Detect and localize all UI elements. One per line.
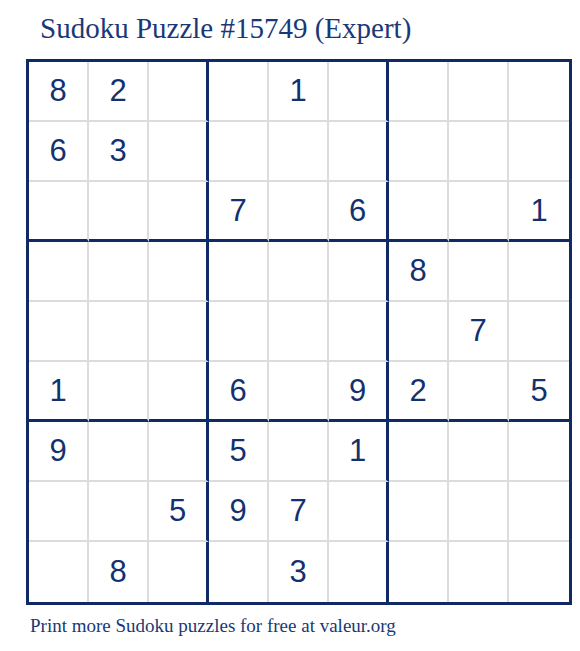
cell-r1c7[interactable] xyxy=(389,62,449,122)
cell-r5c1[interactable] xyxy=(29,302,89,362)
cell-r1c3[interactable] xyxy=(149,62,209,122)
cell-r3c8[interactable] xyxy=(449,182,509,242)
cell-r5c4[interactable] xyxy=(209,302,269,362)
cell-r9c8[interactable] xyxy=(449,542,509,602)
cell-r1c4[interactable] xyxy=(209,62,269,122)
cell-r5c2[interactable] xyxy=(89,302,149,362)
cell-r3c2[interactable] xyxy=(89,182,149,242)
cell-r2c5[interactable] xyxy=(269,122,329,182)
cell-r1c8[interactable] xyxy=(449,62,509,122)
cell-r1c6[interactable] xyxy=(329,62,389,122)
cell-r4c6[interactable] xyxy=(329,242,389,302)
cell-r2c4[interactable] xyxy=(209,122,269,182)
cell-r6c6[interactable]: 9 xyxy=(329,362,389,422)
cell-r7c7[interactable] xyxy=(389,422,449,482)
sudoku-page: Sudoku Puzzle #15749 (Expert) 8216376187… xyxy=(0,0,580,651)
cell-r7c8[interactable] xyxy=(449,422,509,482)
cell-r5c3[interactable] xyxy=(149,302,209,362)
cell-r6c7[interactable]: 2 xyxy=(389,362,449,422)
cell-r7c1[interactable]: 9 xyxy=(29,422,89,482)
cell-r9c7[interactable] xyxy=(389,542,449,602)
cell-r8c9[interactable] xyxy=(509,482,569,542)
cell-r7c4[interactable]: 5 xyxy=(209,422,269,482)
cell-r8c4[interactable]: 9 xyxy=(209,482,269,542)
cell-r1c9[interactable] xyxy=(509,62,569,122)
cell-r9c1[interactable] xyxy=(29,542,89,602)
cell-r3c5[interactable] xyxy=(269,182,329,242)
cell-r2c9[interactable] xyxy=(509,122,569,182)
cell-r3c3[interactable] xyxy=(149,182,209,242)
cell-r7c5[interactable] xyxy=(269,422,329,482)
cell-r3c7[interactable] xyxy=(389,182,449,242)
cell-r3c4[interactable]: 7 xyxy=(209,182,269,242)
cell-r2c7[interactable] xyxy=(389,122,449,182)
cell-r1c5[interactable]: 1 xyxy=(269,62,329,122)
sudoku-board: 82163761871692595159783 xyxy=(26,59,572,605)
cell-r5c5[interactable] xyxy=(269,302,329,362)
cell-r3c6[interactable]: 6 xyxy=(329,182,389,242)
cell-r9c6[interactable] xyxy=(329,542,389,602)
cell-r4c8[interactable] xyxy=(449,242,509,302)
footer-text: Print more Sudoku puzzles for free at va… xyxy=(30,615,396,637)
cell-r6c1[interactable]: 1 xyxy=(29,362,89,422)
cell-r4c3[interactable] xyxy=(149,242,209,302)
cell-r4c2[interactable] xyxy=(89,242,149,302)
cell-r3c1[interactable] xyxy=(29,182,89,242)
cell-r2c1[interactable]: 6 xyxy=(29,122,89,182)
cell-r4c1[interactable] xyxy=(29,242,89,302)
cell-r4c9[interactable] xyxy=(509,242,569,302)
cell-r9c3[interactable] xyxy=(149,542,209,602)
cell-r2c6[interactable] xyxy=(329,122,389,182)
cell-r6c5[interactable] xyxy=(269,362,329,422)
cell-r5c6[interactable] xyxy=(329,302,389,362)
cell-r9c2[interactable]: 8 xyxy=(89,542,149,602)
cell-r9c4[interactable] xyxy=(209,542,269,602)
cell-r8c8[interactable] xyxy=(449,482,509,542)
cell-r6c2[interactable] xyxy=(89,362,149,422)
cell-r8c7[interactable] xyxy=(389,482,449,542)
cell-r3c9[interactable]: 1 xyxy=(509,182,569,242)
cell-r4c7[interactable]: 8 xyxy=(389,242,449,302)
cell-r9c9[interactable] xyxy=(509,542,569,602)
cell-r7c3[interactable] xyxy=(149,422,209,482)
cell-r6c4[interactable]: 6 xyxy=(209,362,269,422)
cell-r6c8[interactable] xyxy=(449,362,509,422)
cell-r5c7[interactable] xyxy=(389,302,449,362)
cell-r5c8[interactable]: 7 xyxy=(449,302,509,362)
cell-r6c9[interactable]: 5 xyxy=(509,362,569,422)
cell-r4c5[interactable] xyxy=(269,242,329,302)
cell-r8c3[interactable]: 5 xyxy=(149,482,209,542)
cell-r2c8[interactable] xyxy=(449,122,509,182)
page-title: Sudoku Puzzle #15749 (Expert) xyxy=(40,12,411,45)
cell-r5c9[interactable] xyxy=(509,302,569,362)
cell-r2c3[interactable] xyxy=(149,122,209,182)
cell-r7c9[interactable] xyxy=(509,422,569,482)
cell-r6c3[interactable] xyxy=(149,362,209,422)
cell-r1c2[interactable]: 2 xyxy=(89,62,149,122)
cell-r8c6[interactable] xyxy=(329,482,389,542)
cell-r2c2[interactable]: 3 xyxy=(89,122,149,182)
cell-r8c5[interactable]: 7 xyxy=(269,482,329,542)
cell-r8c1[interactable] xyxy=(29,482,89,542)
cell-r8c2[interactable] xyxy=(89,482,149,542)
cell-r1c1[interactable]: 8 xyxy=(29,62,89,122)
cell-r7c2[interactable] xyxy=(89,422,149,482)
cell-r9c5[interactable]: 3 xyxy=(269,542,329,602)
cell-r4c4[interactable] xyxy=(209,242,269,302)
cell-r7c6[interactable]: 1 xyxy=(329,422,389,482)
